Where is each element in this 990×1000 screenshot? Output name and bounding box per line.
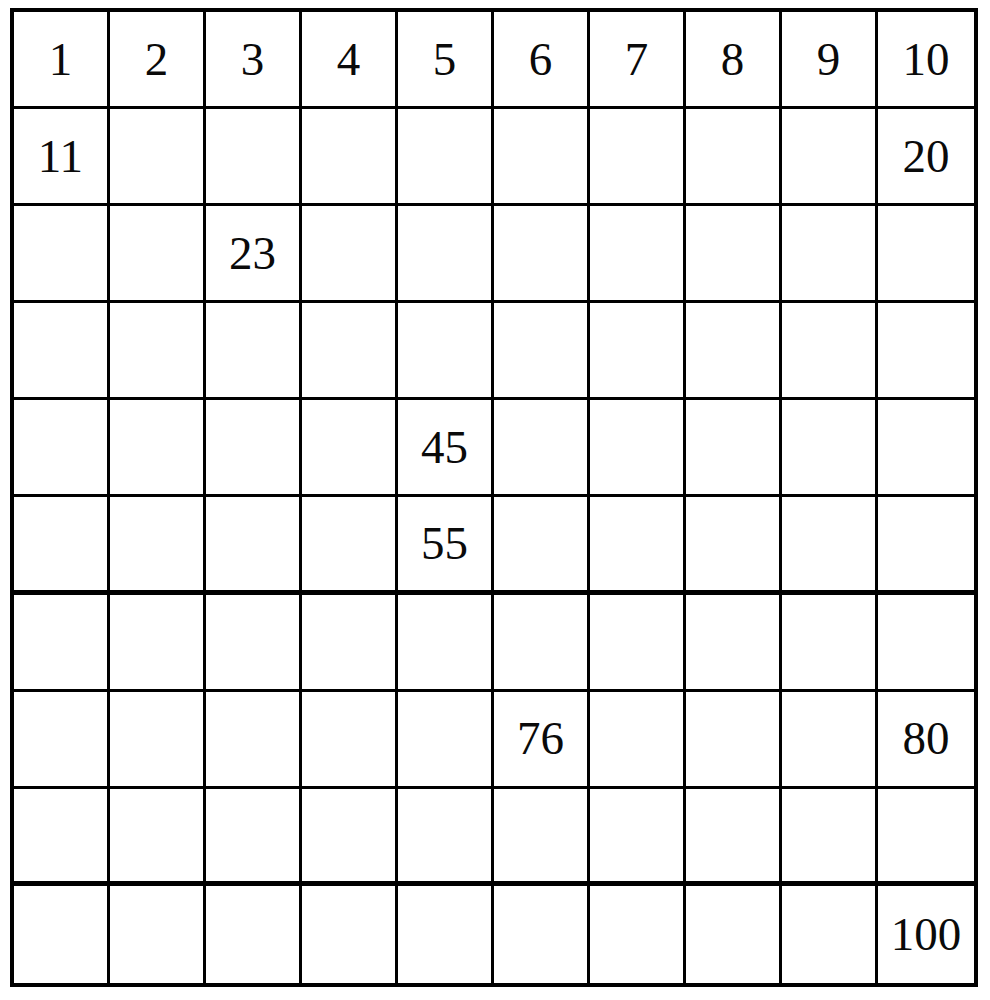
cell-r7c4-empty[interactable] [302,595,398,692]
cell-r10c7-empty[interactable] [590,886,686,983]
cell-r3c8-empty[interactable] [686,206,782,303]
cell-r2c7-empty[interactable] [590,109,686,206]
cell-r10c2-empty[interactable] [110,886,206,983]
cell-r6c6-empty[interactable] [494,497,590,594]
cell-r6c2-empty[interactable] [110,497,206,594]
cell-r3c2-empty[interactable] [110,206,206,303]
cell-r4c8-empty[interactable] [686,303,782,400]
cell-r5c6-empty[interactable] [494,400,590,497]
cell-r1c7-given: 7 [590,12,686,109]
cell-r5c2-empty[interactable] [110,400,206,497]
cell-r10c3-empty[interactable] [206,886,302,983]
cell-r1c4-given: 4 [302,12,398,109]
cell-r9c3-empty[interactable] [206,789,302,886]
cell-r3c5-empty[interactable] [398,206,494,303]
cell-r5c3-empty[interactable] [206,400,302,497]
cell-r2c6-empty[interactable] [494,109,590,206]
hundred-chart-board: 1234567891011202345557680100 [10,8,978,987]
worksheet-page: 1234567891011202345557680100 [0,0,990,1000]
cell-r4c4-empty[interactable] [302,303,398,400]
cell-r3c4-empty[interactable] [302,206,398,303]
cell-r5c10-empty[interactable] [878,400,974,497]
cell-r6c9-empty[interactable] [782,497,878,594]
cell-r5c1-empty[interactable] [14,400,110,497]
cell-r10c9-empty[interactable] [782,886,878,983]
cell-r7c10-empty[interactable] [878,595,974,692]
cell-r6c7-empty[interactable] [590,497,686,594]
cell-r9c10-empty[interactable] [878,789,974,886]
cell-r9c7-empty[interactable] [590,789,686,886]
cell-r9c4-empty[interactable] [302,789,398,886]
cell-r7c3-empty[interactable] [206,595,302,692]
cell-r8c10-given: 80 [878,692,974,789]
cell-r1c6-given: 6 [494,12,590,109]
cell-r6c8-empty[interactable] [686,497,782,594]
cell-r10c1-empty[interactable] [14,886,110,983]
cell-r4c2-empty[interactable] [110,303,206,400]
cell-r6c5-given: 55 [398,497,494,594]
cell-r7c9-empty[interactable] [782,595,878,692]
cell-r10c5-empty[interactable] [398,886,494,983]
cell-r3c6-empty[interactable] [494,206,590,303]
cell-r4c7-empty[interactable] [590,303,686,400]
cell-r8c4-empty[interactable] [302,692,398,789]
cell-r8c5-empty[interactable] [398,692,494,789]
cell-r7c1-empty[interactable] [14,595,110,692]
cell-r6c1-empty[interactable] [14,497,110,594]
cell-r8c3-empty[interactable] [206,692,302,789]
cell-r5c9-empty[interactable] [782,400,878,497]
cell-r2c3-empty[interactable] [206,109,302,206]
cell-r3c3-given: 23 [206,206,302,303]
cell-r10c10-given: 100 [878,886,974,983]
cell-r4c10-empty[interactable] [878,303,974,400]
cell-r1c3-given: 3 [206,12,302,109]
cell-r2c10-given: 20 [878,109,974,206]
cell-r8c6-given: 76 [494,692,590,789]
cell-r4c3-empty[interactable] [206,303,302,400]
cell-r9c6-empty[interactable] [494,789,590,886]
cell-r7c2-empty[interactable] [110,595,206,692]
cell-r4c5-empty[interactable] [398,303,494,400]
cell-r7c6-empty[interactable] [494,595,590,692]
cell-r9c2-empty[interactable] [110,789,206,886]
cell-r7c7-empty[interactable] [590,595,686,692]
cell-r4c6-empty[interactable] [494,303,590,400]
cell-r1c8-given: 8 [686,12,782,109]
cell-r9c1-empty[interactable] [14,789,110,886]
cell-r9c5-empty[interactable] [398,789,494,886]
cell-r3c7-empty[interactable] [590,206,686,303]
cell-r8c9-empty[interactable] [782,692,878,789]
cell-r5c4-empty[interactable] [302,400,398,497]
cell-r6c3-empty[interactable] [206,497,302,594]
cell-r7c8-empty[interactable] [686,595,782,692]
cell-r10c6-empty[interactable] [494,886,590,983]
cell-r2c9-empty[interactable] [782,109,878,206]
cell-r8c1-empty[interactable] [14,692,110,789]
cell-r8c8-empty[interactable] [686,692,782,789]
cell-r1c1-given: 1 [14,12,110,109]
cell-r2c8-empty[interactable] [686,109,782,206]
cell-r6c4-empty[interactable] [302,497,398,594]
cell-r4c1-empty[interactable] [14,303,110,400]
cell-r1c2-given: 2 [110,12,206,109]
cell-r8c7-empty[interactable] [590,692,686,789]
cell-r8c2-empty[interactable] [110,692,206,789]
cell-r2c5-empty[interactable] [398,109,494,206]
cell-r3c10-empty[interactable] [878,206,974,303]
cell-r5c5-given: 45 [398,400,494,497]
cell-r3c1-empty[interactable] [14,206,110,303]
cell-r1c5-given: 5 [398,12,494,109]
cell-r9c8-empty[interactable] [686,789,782,886]
cell-r2c4-empty[interactable] [302,109,398,206]
cell-r4c9-empty[interactable] [782,303,878,400]
cell-r10c8-empty[interactable] [686,886,782,983]
cell-r2c2-empty[interactable] [110,109,206,206]
cell-r3c9-empty[interactable] [782,206,878,303]
cell-r1c10-given: 10 [878,12,974,109]
cell-r6c10-empty[interactable] [878,497,974,594]
cell-r1c9-given: 9 [782,12,878,109]
cell-r9c9-empty[interactable] [782,789,878,886]
cell-r10c4-empty[interactable] [302,886,398,983]
cell-r7c5-empty[interactable] [398,595,494,692]
cell-r2c1-given: 11 [14,109,110,206]
cell-r5c8-empty[interactable] [686,400,782,497]
cell-r5c7-empty[interactable] [590,400,686,497]
